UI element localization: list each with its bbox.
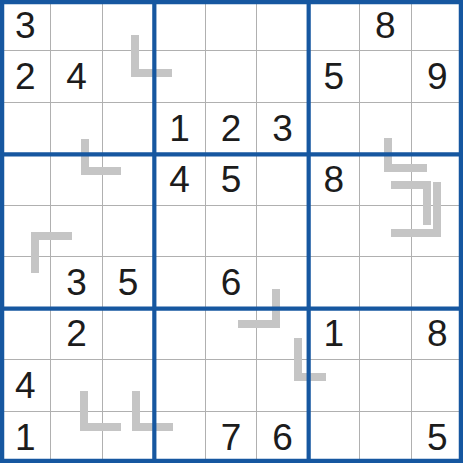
cell-r1c9[interactable] xyxy=(412,0,463,51)
cell-r3c9[interactable] xyxy=(412,103,463,154)
cell-r9c9[interactable]: 5 xyxy=(412,412,463,463)
cell-r4c4[interactable]: 4 xyxy=(154,154,205,205)
cell-r5c3[interactable] xyxy=(103,206,154,257)
cell-r3c5[interactable]: 2 xyxy=(206,103,257,154)
cell-r7c4[interactable] xyxy=(154,309,205,360)
cell-r6c3[interactable]: 5 xyxy=(103,257,154,308)
cell-r2c4[interactable] xyxy=(154,51,205,102)
cell-r4c1[interactable] xyxy=(0,154,51,205)
cell-r7c6[interactable] xyxy=(257,309,308,360)
sudoku-board: 38245912345835621841765 xyxy=(0,0,463,463)
cell-r5c2[interactable] xyxy=(51,206,102,257)
cell-r2c3[interactable] xyxy=(103,51,154,102)
cell-r3c7[interactable] xyxy=(309,103,360,154)
cell-r4c7[interactable]: 8 xyxy=(309,154,360,205)
cell-r1c6[interactable] xyxy=(257,0,308,51)
cell-r8c3[interactable] xyxy=(103,360,154,411)
cell-r5c6[interactable] xyxy=(257,206,308,257)
cell-r4c8[interactable] xyxy=(360,154,411,205)
sudoku-grid: 38245912345835621841765 xyxy=(0,0,463,463)
cell-r9c2[interactable] xyxy=(51,412,102,463)
cell-r4c9[interactable] xyxy=(412,154,463,205)
cell-r3c8[interactable] xyxy=(360,103,411,154)
cell-r8c4[interactable] xyxy=(154,360,205,411)
cell-r2c1[interactable]: 2 xyxy=(0,51,51,102)
cell-r9c1[interactable]: 1 xyxy=(0,412,51,463)
cell-r4c6[interactable] xyxy=(257,154,308,205)
cell-r6c6[interactable] xyxy=(257,257,308,308)
cell-r2c2[interactable]: 4 xyxy=(51,51,102,102)
cell-r1c1[interactable]: 3 xyxy=(0,0,51,51)
cell-r7c3[interactable] xyxy=(103,309,154,360)
cell-r5c9[interactable] xyxy=(412,206,463,257)
cell-r3c1[interactable] xyxy=(0,103,51,154)
cell-r8c6[interactable] xyxy=(257,360,308,411)
cell-r3c6[interactable]: 3 xyxy=(257,103,308,154)
cell-r9c3[interactable] xyxy=(103,412,154,463)
cell-r7c9[interactable]: 8 xyxy=(412,309,463,360)
cell-r9c5[interactable]: 7 xyxy=(206,412,257,463)
cell-r3c3[interactable] xyxy=(103,103,154,154)
cell-r1c8[interactable]: 8 xyxy=(360,0,411,51)
cell-r9c7[interactable] xyxy=(309,412,360,463)
cell-r4c3[interactable] xyxy=(103,154,154,205)
cell-r4c2[interactable] xyxy=(51,154,102,205)
cell-r1c7[interactable] xyxy=(309,0,360,51)
cell-r9c6[interactable]: 6 xyxy=(257,412,308,463)
cell-r5c4[interactable] xyxy=(154,206,205,257)
cell-r1c4[interactable] xyxy=(154,0,205,51)
cell-r6c8[interactable] xyxy=(360,257,411,308)
cell-r1c5[interactable] xyxy=(206,0,257,51)
cell-r5c8[interactable] xyxy=(360,206,411,257)
cell-r6c9[interactable] xyxy=(412,257,463,308)
cell-r5c7[interactable] xyxy=(309,206,360,257)
cell-r9c4[interactable] xyxy=(154,412,205,463)
cell-r6c5[interactable]: 6 xyxy=(206,257,257,308)
cell-r8c9[interactable] xyxy=(412,360,463,411)
cell-r2c9[interactable]: 9 xyxy=(412,51,463,102)
cell-r2c7[interactable]: 5 xyxy=(309,51,360,102)
cell-r7c5[interactable] xyxy=(206,309,257,360)
cell-r5c5[interactable] xyxy=(206,206,257,257)
cell-r8c5[interactable] xyxy=(206,360,257,411)
cell-r3c2[interactable] xyxy=(51,103,102,154)
cell-r7c8[interactable] xyxy=(360,309,411,360)
cell-r9c8[interactable] xyxy=(360,412,411,463)
cell-r7c7[interactable]: 1 xyxy=(309,309,360,360)
cell-r8c2[interactable] xyxy=(51,360,102,411)
cell-r5c1[interactable] xyxy=(0,206,51,257)
cell-r6c7[interactable] xyxy=(309,257,360,308)
cell-r2c5[interactable] xyxy=(206,51,257,102)
cell-r2c8[interactable] xyxy=(360,51,411,102)
cell-r1c2[interactable] xyxy=(51,0,102,51)
cell-r8c7[interactable] xyxy=(309,360,360,411)
cell-r8c8[interactable] xyxy=(360,360,411,411)
cell-r6c4[interactable] xyxy=(154,257,205,308)
cell-r6c1[interactable] xyxy=(0,257,51,308)
cell-r7c2[interactable]: 2 xyxy=(51,309,102,360)
cell-r6c2[interactable]: 3 xyxy=(51,257,102,308)
cell-r4c5[interactable]: 5 xyxy=(206,154,257,205)
cell-r1c3[interactable] xyxy=(103,0,154,51)
cell-r2c6[interactable] xyxy=(257,51,308,102)
cell-r3c4[interactable]: 1 xyxy=(154,103,205,154)
cell-r8c1[interactable]: 4 xyxy=(0,360,51,411)
cell-r7c1[interactable] xyxy=(0,309,51,360)
